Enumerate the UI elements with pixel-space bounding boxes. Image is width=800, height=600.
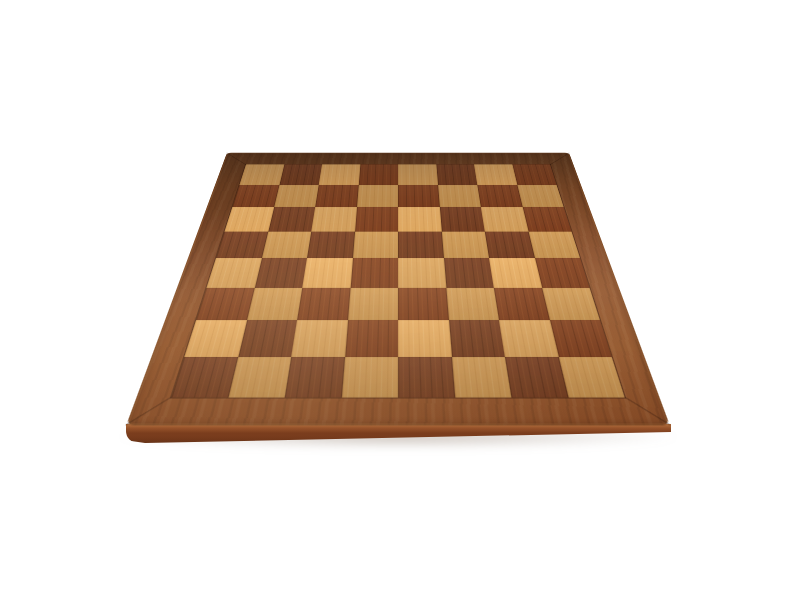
square-a8 [239, 164, 284, 184]
square-c4 [302, 258, 352, 287]
square-f6 [439, 207, 484, 231]
square-b2 [238, 320, 297, 356]
square-f4 [444, 258, 494, 287]
frame-miter-seam [550, 153, 570, 165]
square-d5 [353, 231, 399, 258]
square-f5 [441, 231, 489, 258]
square-g3 [494, 287, 550, 320]
square-a2 [184, 320, 246, 356]
square-c3 [297, 287, 350, 320]
square-c6 [311, 207, 356, 231]
square-e4 [398, 258, 446, 287]
square-f7 [438, 185, 481, 207]
square-g1 [505, 357, 568, 398]
square-d7 [357, 185, 398, 207]
square-e2 [398, 320, 451, 356]
square-g8 [474, 164, 517, 184]
square-f1 [451, 357, 511, 398]
square-c1 [285, 357, 345, 398]
square-g4 [489, 258, 542, 287]
square-b5 [262, 231, 312, 258]
square-g2 [499, 320, 558, 356]
frame-miter-seam [125, 397, 171, 426]
square-h6 [522, 207, 571, 231]
square-d3 [348, 287, 398, 320]
square-g7 [477, 185, 522, 207]
square-h1 [558, 357, 625, 398]
square-f3 [446, 287, 499, 320]
square-a3 [196, 287, 254, 320]
square-h5 [528, 231, 580, 258]
square-d2 [345, 320, 398, 356]
square-e7 [398, 185, 439, 207]
square-c5 [307, 231, 355, 258]
square-a5 [216, 231, 268, 258]
square-e8 [398, 164, 438, 184]
square-b6 [268, 207, 315, 231]
square-g6 [481, 207, 528, 231]
square-b4 [254, 258, 307, 287]
square-d6 [355, 207, 398, 231]
square-e5 [398, 231, 444, 258]
board-grid [171, 164, 624, 397]
chessboard-photo [0, 0, 800, 600]
square-e6 [398, 207, 441, 231]
square-h3 [542, 287, 600, 320]
square-c8 [319, 164, 360, 184]
square-a4 [207, 258, 262, 287]
square-a1 [171, 357, 238, 398]
square-c7 [315, 185, 358, 207]
square-d8 [358, 164, 398, 184]
square-b8 [279, 164, 322, 184]
frame-miter-seam [624, 397, 670, 426]
square-b1 [228, 357, 291, 398]
frame-miter-seam [226, 153, 246, 165]
square-h7 [517, 185, 564, 207]
square-b3 [247, 287, 303, 320]
square-d4 [350, 258, 398, 287]
square-a6 [225, 207, 274, 231]
square-e1 [398, 357, 455, 398]
square-d1 [341, 357, 398, 398]
square-a7 [232, 185, 279, 207]
square-f2 [448, 320, 504, 356]
square-h8 [512, 164, 557, 184]
square-b7 [274, 185, 319, 207]
chess-board [126, 153, 670, 426]
square-c2 [291, 320, 347, 356]
square-f8 [436, 164, 477, 184]
square-g5 [485, 231, 535, 258]
square-h4 [535, 258, 590, 287]
square-h2 [549, 320, 611, 356]
square-e3 [398, 287, 448, 320]
